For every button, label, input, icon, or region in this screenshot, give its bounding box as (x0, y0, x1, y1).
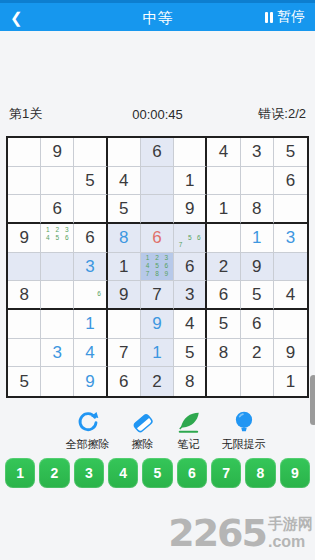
cell-r6c5[interactable]: 7 (141, 281, 174, 310)
cell-r1c3[interactable] (74, 138, 107, 167)
cell-r2c2[interactable] (41, 167, 74, 196)
cell-digit: 8 (219, 344, 228, 361)
numpad-8[interactable]: 8 (245, 458, 275, 488)
numpad-3[interactable]: 3 (74, 458, 104, 488)
cell-r3c9[interactable] (274, 195, 307, 224)
numpad-9[interactable]: 9 (280, 458, 310, 488)
cell-r1c2[interactable]: 9 (41, 138, 74, 167)
cell-digit: 2 (252, 344, 261, 361)
cell-r5c9[interactable] (274, 253, 307, 282)
cell-r8c8[interactable]: 2 (241, 339, 274, 368)
cell-digit: 5 (19, 373, 28, 390)
hint-label: 无限提示 (222, 437, 266, 452)
notes-button[interactable]: 笔记 (176, 409, 202, 452)
reset-icon (75, 409, 101, 435)
cell-digit: 5 (85, 172, 94, 189)
sudoku-app: { "game": "sudoku", "position": "0900604… (0, 0, 315, 560)
cell-digit: 5 (219, 315, 228, 332)
cell-r9c3[interactable]: 9 (74, 367, 107, 396)
cell-digit: 8 (119, 229, 128, 246)
erase-button[interactable]: 擦除 (130, 409, 156, 452)
cell-r2c3[interactable]: 5 (74, 167, 107, 196)
cell-r7c2[interactable] (41, 310, 74, 339)
cell-digit: 4 (119, 172, 128, 189)
cell-r5c2[interactable] (41, 253, 74, 282)
cell-digit: 9 (119, 286, 128, 303)
pause-button[interactable]: 暂停 (265, 8, 306, 26)
cell-digit: 4 (286, 286, 295, 303)
sudoku-grid: 9643554166591891234566865671331123456789… (6, 136, 309, 398)
cell-r7c7[interactable]: 5 (207, 310, 240, 339)
cell-r2c6[interactable]: 1 (174, 167, 207, 196)
cell-r6c9[interactable]: 4 (274, 281, 307, 310)
numpad-6[interactable]: 6 (177, 458, 207, 488)
cell-r1c8[interactable]: 3 (241, 138, 274, 167)
pause-icon (265, 12, 274, 23)
cell-digit: 6 (252, 315, 261, 332)
cell-digit: 6 (119, 373, 128, 390)
cell-digit: 1 (185, 172, 194, 189)
cell-r6c7[interactable]: 6 (207, 281, 240, 310)
cell-r5c6[interactable]: 6 (174, 253, 207, 282)
cell-r4c4[interactable]: 8 (108, 224, 141, 253)
back-button[interactable]: ❮ (10, 10, 23, 25)
cell-r3c3[interactable] (74, 195, 107, 224)
cell-r7c3[interactable]: 1 (74, 310, 107, 339)
cell-digit: 6 (85, 229, 94, 246)
number-pad: 1 2 3 4 5 6 7 8 9 (5, 458, 310, 488)
cell-r2c7[interactable] (207, 167, 240, 196)
cell-r5c3[interactable]: 3 (74, 253, 107, 282)
cell-r7c1[interactable] (8, 310, 41, 339)
pause-label: 暂停 (277, 8, 305, 26)
numpad-1[interactable]: 1 (5, 458, 35, 488)
cell-r8c1[interactable] (8, 339, 41, 368)
cell-r5c4[interactable]: 1 (108, 253, 141, 282)
cell-digit: 1 (252, 229, 261, 246)
header: ❮ 中等 暂停 (0, 3, 315, 31)
pencil-marks: 6 (74, 281, 105, 308)
cell-r4c9[interactable]: 3 (274, 224, 307, 253)
numpad-4[interactable]: 4 (108, 458, 138, 488)
cell-r1c1[interactable] (8, 138, 41, 167)
cell-r2c5[interactable] (141, 167, 174, 196)
numpad-7[interactable]: 7 (211, 458, 241, 488)
cell-digit: 1 (119, 258, 128, 275)
cell-digit: 7 (152, 286, 161, 303)
cell-digit: 5 (252, 286, 261, 303)
cell-r5c1[interactable] (8, 253, 41, 282)
cell-digit: 5 (185, 344, 194, 361)
cell-r1c7[interactable]: 4 (207, 138, 240, 167)
cell-digit: 6 (53, 200, 62, 217)
tool-bar: 全部擦除 擦除 笔记 无限提示 (22, 409, 309, 452)
cell-r1c5[interactable]: 6 (141, 138, 174, 167)
cell-r5c8[interactable]: 9 (241, 253, 274, 282)
cell-digit: 4 (85, 344, 94, 361)
cell-r6c8[interactable]: 5 (241, 281, 274, 310)
pencil-marks: 567 (174, 224, 205, 252)
cell-r8c9[interactable]: 9 (274, 339, 307, 368)
cell-r5c5[interactable]: 123456789 (141, 253, 174, 282)
cell-r2c9[interactable]: 6 (274, 167, 307, 196)
cell-r8c3[interactable]: 4 (74, 339, 107, 368)
cell-digit: 6 (219, 286, 228, 303)
cell-r8c4[interactable]: 7 (108, 339, 141, 368)
cell-digit: 8 (252, 200, 261, 217)
cell-r6c4[interactable]: 9 (108, 281, 141, 310)
cell-r3c7[interactable]: 1 (207, 195, 240, 224)
cell-r2c8[interactable] (241, 167, 274, 196)
cell-r3c2[interactable]: 6 (41, 195, 74, 224)
cell-digit: 9 (19, 229, 28, 246)
cell-r7c9[interactable] (274, 310, 307, 339)
cell-r9c8[interactable] (241, 367, 274, 396)
cell-digit: 9 (152, 315, 161, 332)
cell-r1c6[interactable] (174, 138, 207, 167)
cell-digit: 6 (152, 229, 161, 246)
cell-digit: 7 (119, 344, 128, 361)
cell-r7c6[interactable]: 4 (174, 310, 207, 339)
cell-digit: 9 (85, 373, 94, 390)
cell-r7c8[interactable]: 6 (241, 310, 274, 339)
erase-all-button[interactable]: 全部擦除 (66, 409, 110, 452)
cell-r3c4[interactable]: 5 (108, 195, 141, 224)
cell-r9c4[interactable]: 6 (108, 367, 141, 396)
cell-r9c5[interactable]: 2 (141, 367, 174, 396)
cell-digit: 1 (152, 344, 161, 361)
cell-r9c9[interactable]: 1 (274, 367, 307, 396)
cell-digit: 4 (185, 315, 194, 332)
watermark: 2265 手游网 .com (168, 514, 313, 552)
cell-r6c6[interactable]: 3 (174, 281, 207, 310)
cell-r8c6[interactable]: 5 (174, 339, 207, 368)
cell-r4c3[interactable]: 6 (74, 224, 107, 253)
cell-digit: 2 (219, 258, 228, 275)
pencil-marks: 123456 (41, 224, 73, 252)
cell-r3c8[interactable]: 8 (241, 195, 274, 224)
pencil-marks: 123456789 (141, 253, 173, 281)
cell-digit: 9 (252, 258, 261, 275)
cell-digit: 1 (286, 373, 295, 390)
cell-digit: 6 (286, 172, 295, 189)
cell-digit: 5 (286, 143, 295, 160)
cell-r1c9[interactable]: 5 (274, 138, 307, 167)
eraser-icon (130, 409, 156, 435)
hint-button[interactable]: 无限提示 (222, 409, 266, 452)
cell-digit: 1 (85, 315, 94, 332)
cell-digit: 3 (252, 143, 261, 160)
cell-digit: 6 (152, 143, 161, 160)
cell-r9c2[interactable] (41, 367, 74, 396)
error-counter: 错误:2/2 (258, 105, 306, 123)
cell-digit: 8 (185, 373, 194, 390)
leaf-pen-icon (176, 409, 202, 435)
cell-r4c5[interactable]: 6 (141, 224, 174, 253)
numpad-2[interactable]: 2 (39, 458, 69, 488)
cell-r9c6[interactable]: 8 (174, 367, 207, 396)
bulb-icon (231, 409, 257, 435)
cell-digit: 3 (53, 344, 62, 361)
cell-r1c4[interactable] (108, 138, 141, 167)
cell-r2c4[interactable]: 4 (108, 167, 141, 196)
cell-r4c7[interactable] (207, 224, 240, 253)
cell-r4c1[interactable]: 9 (8, 224, 41, 253)
cell-r4c6[interactable]: 567 (174, 224, 207, 253)
cell-r6c2[interactable] (41, 281, 74, 310)
cell-digit: 4 (219, 143, 228, 160)
cell-r8c2[interactable]: 3 (41, 339, 74, 368)
cell-r6c3[interactable]: 6 (74, 281, 107, 310)
scrollbar-thumb[interactable] (310, 375, 315, 425)
cell-digit: 1 (219, 200, 228, 217)
cell-digit: 5 (119, 200, 128, 217)
cell-digit: 9 (185, 200, 194, 217)
erase-all-label: 全部擦除 (66, 437, 110, 452)
cell-r7c4[interactable] (108, 310, 141, 339)
cell-digit: 3 (286, 229, 295, 246)
cell-r3c1[interactable] (8, 195, 41, 224)
cell-digit: 6 (185, 258, 194, 275)
cell-digit: 2 (152, 373, 161, 390)
cell-digit: 9 (286, 344, 295, 361)
numpad-5[interactable]: 5 (142, 458, 172, 488)
watermark-com: .com (268, 534, 313, 550)
status-row: 第1关 00:00:45 错误:2/2 (9, 105, 306, 123)
cell-digit: 3 (185, 286, 194, 303)
cell-r4c8[interactable]: 1 (241, 224, 274, 253)
erase-label: 擦除 (132, 437, 154, 452)
watermark-site: 手游网 (268, 516, 313, 531)
cell-r9c1[interactable]: 5 (8, 367, 41, 396)
cell-digit: 8 (19, 286, 28, 303)
cell-r9c7[interactable] (207, 367, 240, 396)
cell-r3c5[interactable] (141, 195, 174, 224)
level-label: 第1关 (9, 105, 42, 123)
cell-r7c5[interactable]: 9 (141, 310, 174, 339)
cell-digit: 3 (85, 258, 94, 275)
watermark-number: 2265 (168, 514, 266, 552)
cell-r3c6[interactable]: 9 (174, 195, 207, 224)
notes-label: 笔记 (178, 437, 200, 452)
cell-r4c2[interactable]: 123456 (41, 224, 74, 253)
cell-r8c5[interactable]: 1 (141, 339, 174, 368)
cell-r5c7[interactable]: 2 (207, 253, 240, 282)
cell-digit: 9 (53, 143, 62, 160)
cell-r2c1[interactable] (8, 167, 41, 196)
cell-r8c7[interactable]: 8 (207, 339, 240, 368)
cell-r6c1[interactable]: 8 (8, 281, 41, 310)
